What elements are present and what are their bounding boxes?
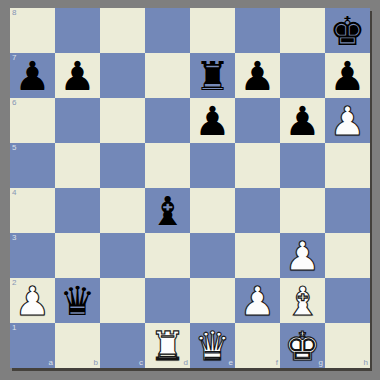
square-h8[interactable]: ♚ [325, 8, 370, 53]
square-f4[interactable] [235, 188, 280, 233]
square-d4[interactable]: ♝ [145, 188, 190, 233]
square-g3[interactable]: ♟ [280, 233, 325, 278]
square-f8[interactable] [235, 8, 280, 53]
file-label-a: a [49, 359, 53, 367]
square-b4[interactable] [55, 188, 100, 233]
square-c3[interactable] [100, 233, 145, 278]
rank-label-4: 4 [12, 189, 16, 197]
square-d3[interactable] [145, 233, 190, 278]
square-e5[interactable] [190, 143, 235, 188]
piece-black-pawn[interactable]: ♟ [10, 53, 55, 98]
square-h2[interactable] [325, 278, 370, 323]
square-h5[interactable] [325, 143, 370, 188]
square-f5[interactable] [235, 143, 280, 188]
piece-white-king[interactable]: ♚ [280, 323, 325, 368]
piece-black-king[interactable]: ♚ [325, 8, 370, 53]
square-b6[interactable] [55, 98, 100, 143]
square-f7[interactable]: ♟ [235, 53, 280, 98]
rank-label-3: 3 [12, 234, 16, 242]
square-f1[interactable]: f [235, 323, 280, 368]
rank-label-5: 5 [12, 144, 16, 152]
square-c4[interactable] [100, 188, 145, 233]
square-g5[interactable] [280, 143, 325, 188]
square-c6[interactable] [100, 98, 145, 143]
piece-white-pawn[interactable]: ♟ [280, 233, 325, 278]
rank-label-8: 8 [12, 9, 16, 17]
square-d6[interactable] [145, 98, 190, 143]
square-b5[interactable] [55, 143, 100, 188]
square-b3[interactable] [55, 233, 100, 278]
square-a5[interactable]: 5 [10, 143, 55, 188]
square-d2[interactable] [145, 278, 190, 323]
square-f3[interactable] [235, 233, 280, 278]
piece-black-pawn[interactable]: ♟ [235, 53, 280, 98]
square-e2[interactable] [190, 278, 235, 323]
square-d1[interactable]: d♜ [145, 323, 190, 368]
file-label-b: b [94, 359, 98, 367]
piece-black-pawn[interactable]: ♟ [280, 98, 325, 143]
square-c5[interactable] [100, 143, 145, 188]
square-e6[interactable]: ♟ [190, 98, 235, 143]
square-g6[interactable]: ♟ [280, 98, 325, 143]
square-h3[interactable] [325, 233, 370, 278]
piece-black-rook[interactable]: ♜ [190, 53, 235, 98]
chess-app-window: 8♚7♟♟♜♟♟6♟♟♟54♝3♟2♟♛♟♝1abcd♜e♛fg♚h [0, 0, 380, 380]
square-a8[interactable]: 8 [10, 8, 55, 53]
piece-black-pawn[interactable]: ♟ [325, 53, 370, 98]
square-b7[interactable]: ♟ [55, 53, 100, 98]
square-g2[interactable]: ♝ [280, 278, 325, 323]
square-a1[interactable]: 1a [10, 323, 55, 368]
square-c8[interactable] [100, 8, 145, 53]
piece-black-pawn[interactable]: ♟ [55, 53, 100, 98]
square-d7[interactable] [145, 53, 190, 98]
square-a2[interactable]: 2♟ [10, 278, 55, 323]
square-e3[interactable] [190, 233, 235, 278]
piece-white-pawn[interactable]: ♟ [235, 278, 280, 323]
square-g7[interactable] [280, 53, 325, 98]
square-f2[interactable]: ♟ [235, 278, 280, 323]
square-c1[interactable]: c [100, 323, 145, 368]
square-b1[interactable]: b [55, 323, 100, 368]
piece-black-bishop[interactable]: ♝ [145, 188, 190, 233]
square-f6[interactable] [235, 98, 280, 143]
square-c2[interactable] [100, 278, 145, 323]
square-e1[interactable]: e♛ [190, 323, 235, 368]
piece-white-bishop[interactable]: ♝ [280, 278, 325, 323]
square-g1[interactable]: g♚ [280, 323, 325, 368]
chess-board: 8♚7♟♟♜♟♟6♟♟♟54♝3♟2♟♛♟♝1abcd♜e♛fg♚h [10, 8, 370, 368]
square-e7[interactable]: ♜ [190, 53, 235, 98]
piece-black-queen[interactable]: ♛ [55, 278, 100, 323]
square-g8[interactable] [280, 8, 325, 53]
square-e4[interactable] [190, 188, 235, 233]
rank-label-6: 6 [12, 99, 16, 107]
piece-white-rook[interactable]: ♜ [145, 323, 190, 368]
square-c7[interactable] [100, 53, 145, 98]
square-a7[interactable]: 7♟ [10, 53, 55, 98]
square-d5[interactable] [145, 143, 190, 188]
square-d8[interactable] [145, 8, 190, 53]
piece-white-queen[interactable]: ♛ [190, 323, 235, 368]
square-g4[interactable] [280, 188, 325, 233]
square-h7[interactable]: ♟ [325, 53, 370, 98]
file-label-c: c [139, 359, 143, 367]
square-h1[interactable]: h [325, 323, 370, 368]
square-b8[interactable] [55, 8, 100, 53]
square-a6[interactable]: 6 [10, 98, 55, 143]
rank-label-1: 1 [12, 324, 16, 332]
square-e8[interactable] [190, 8, 235, 53]
piece-black-pawn[interactable]: ♟ [190, 98, 235, 143]
piece-white-pawn[interactable]: ♟ [10, 278, 55, 323]
square-b2[interactable]: ♛ [55, 278, 100, 323]
file-label-h: h [364, 359, 368, 367]
file-label-f: f [276, 359, 278, 367]
square-a3[interactable]: 3 [10, 233, 55, 278]
piece-white-pawn[interactable]: ♟ [325, 98, 370, 143]
square-h6[interactable]: ♟ [325, 98, 370, 143]
square-h4[interactable] [325, 188, 370, 233]
square-a4[interactable]: 4 [10, 188, 55, 233]
